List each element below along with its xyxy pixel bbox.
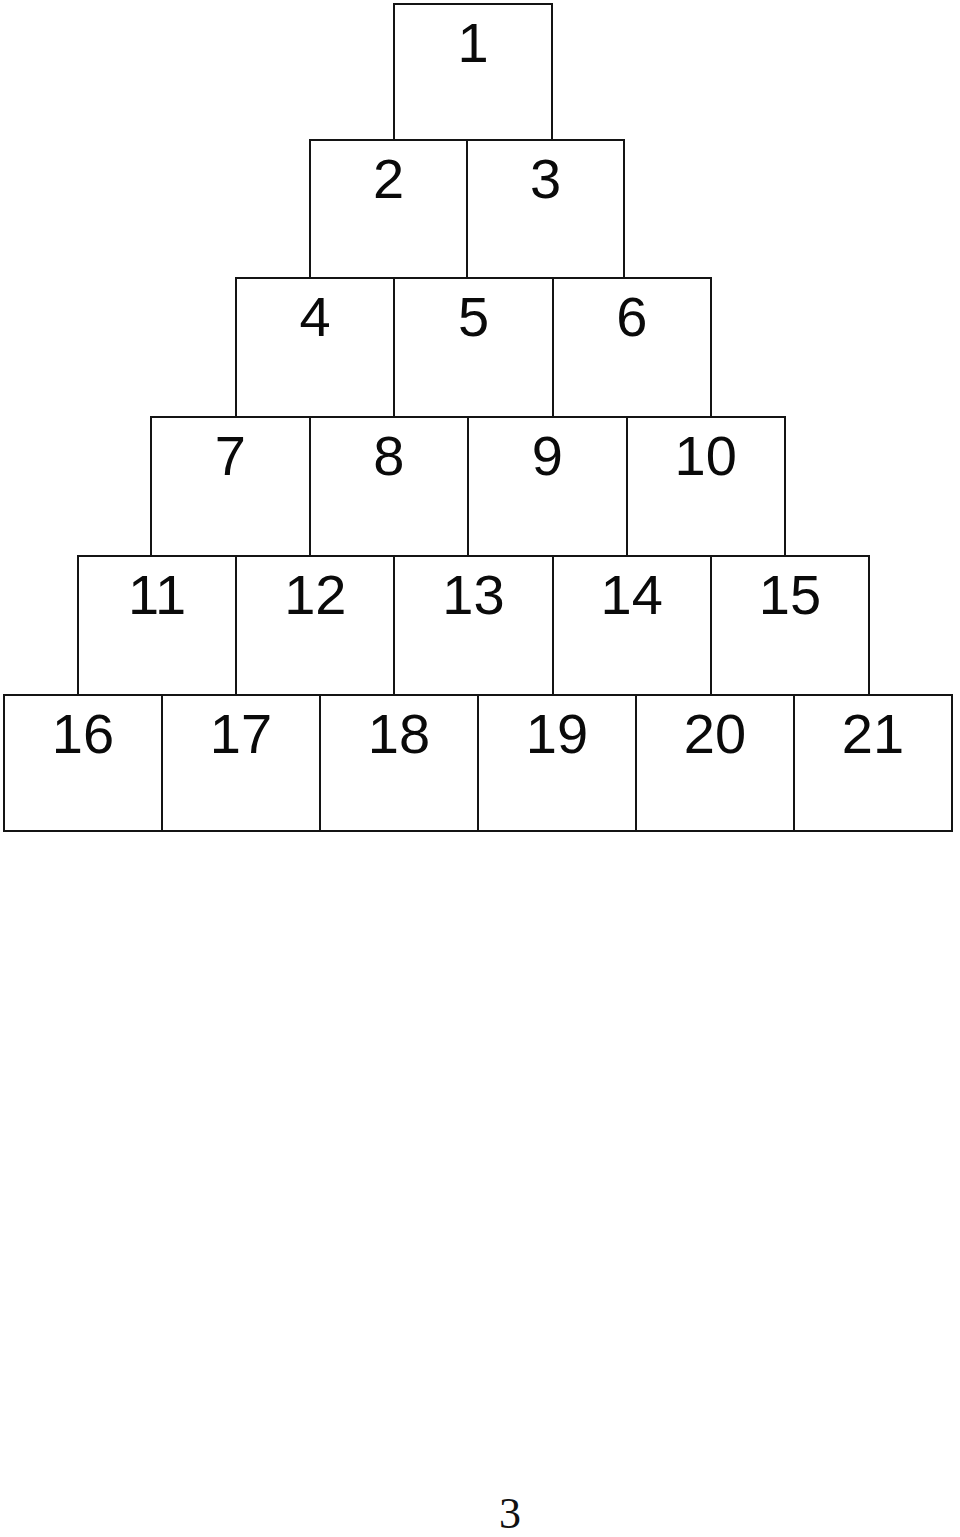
pyramid-row-4: 7 8 9 10 <box>150 416 786 557</box>
pyramid-cell-9: 9 <box>469 416 628 557</box>
pyramid-cell-14: 14 <box>554 555 712 696</box>
pyramid-cell-1: 1 <box>393 3 553 141</box>
pyramid-cell-12: 12 <box>237 555 395 696</box>
pyramid-cell-20: 20 <box>637 694 795 832</box>
pyramid-cell-2: 2 <box>309 139 468 279</box>
number-pyramid: 1 2 3 4 5 6 7 8 9 10 11 12 13 14 15 16 1… <box>0 0 960 1537</box>
pyramid-cell-8: 8 <box>311 416 470 557</box>
pyramid-row-5: 11 12 13 14 15 <box>77 555 870 696</box>
page-number: 3 <box>499 1492 521 1536</box>
pyramid-row-2: 2 3 <box>309 139 625 279</box>
pyramid-row-6: 16 17 18 19 20 21 <box>3 694 953 832</box>
pyramid-cell-4: 4 <box>235 277 395 418</box>
pyramid-cell-10: 10 <box>628 416 787 557</box>
pyramid-cell-21: 21 <box>795 694 953 832</box>
pyramid-cell-11: 11 <box>77 555 237 696</box>
pyramid-row-3: 4 5 6 <box>235 277 712 418</box>
worksheet-page: 1 2 3 4 5 6 7 8 9 10 11 12 13 14 15 16 1… <box>0 0 960 1537</box>
pyramid-cell-18: 18 <box>321 694 479 832</box>
pyramid-cell-15: 15 <box>712 555 870 696</box>
pyramid-cell-7: 7 <box>150 416 311 557</box>
pyramid-cell-3: 3 <box>468 139 625 279</box>
pyramid-cell-6: 6 <box>554 277 712 418</box>
pyramid-cell-19: 19 <box>479 694 637 832</box>
pyramid-cell-17: 17 <box>163 694 321 832</box>
pyramid-cell-16: 16 <box>3 694 163 832</box>
pyramid-cell-13: 13 <box>395 555 553 696</box>
pyramid-cell-5: 5 <box>395 277 553 418</box>
pyramid-row-1: 1 <box>393 3 553 141</box>
